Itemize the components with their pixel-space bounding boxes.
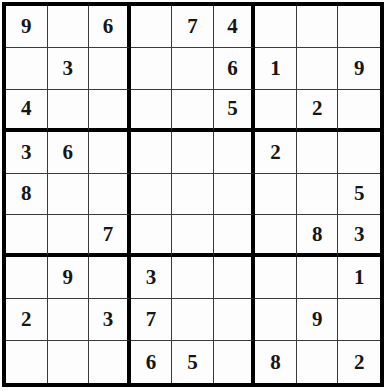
cell-r7c4: 3 <box>131 257 173 299</box>
cell-r8c9[interactable] <box>338 299 380 341</box>
cell-r5c7[interactable] <box>255 174 297 216</box>
cell-r3c9[interactable] <box>338 90 380 132</box>
cell-r7c1[interactable] <box>6 257 48 299</box>
cell-r1c9[interactable] <box>338 6 380 48</box>
cell-r4c1: 3 <box>6 132 48 174</box>
cell-r9c5: 5 <box>172 341 214 383</box>
cell-r4c3[interactable] <box>89 132 131 174</box>
cell-r1c2[interactable] <box>48 6 90 48</box>
cell-r8c6[interactable] <box>214 299 256 341</box>
cell-r3c7[interactable] <box>255 90 297 132</box>
cell-r3c3[interactable] <box>89 90 131 132</box>
cell-r5c8[interactable] <box>297 174 339 216</box>
cell-r4c6[interactable] <box>214 132 256 174</box>
cell-r8c3: 3 <box>89 299 131 341</box>
cell-r2c2: 3 <box>48 48 90 90</box>
cell-r5c4[interactable] <box>131 174 173 216</box>
cell-r5c1: 8 <box>6 174 48 216</box>
cell-r1c3: 6 <box>89 6 131 48</box>
cell-r6c5[interactable] <box>172 215 214 257</box>
cell-r6c1[interactable] <box>6 215 48 257</box>
cell-r4c5[interactable] <box>172 132 214 174</box>
cell-r5c6[interactable] <box>214 174 256 216</box>
cell-r3c4[interactable] <box>131 90 173 132</box>
cell-r2c1[interactable] <box>6 48 48 90</box>
cell-r9c7: 8 <box>255 341 297 383</box>
cell-r7c7[interactable] <box>255 257 297 299</box>
cell-r2c4[interactable] <box>131 48 173 90</box>
cell-r9c9: 2 <box>338 341 380 383</box>
cell-r3c2[interactable] <box>48 90 90 132</box>
cell-r9c8[interactable] <box>297 341 339 383</box>
cell-r8c7[interactable] <box>255 299 297 341</box>
cell-r6c7[interactable] <box>255 215 297 257</box>
cell-r6c6[interactable] <box>214 215 256 257</box>
cell-r2c8[interactable] <box>297 48 339 90</box>
cell-r7c3[interactable] <box>89 257 131 299</box>
cell-r3c5[interactable] <box>172 90 214 132</box>
cell-r3c1: 4 <box>6 90 48 132</box>
cell-r9c1[interactable] <box>6 341 48 383</box>
cell-r3c8: 2 <box>297 90 339 132</box>
cell-r6c3: 7 <box>89 215 131 257</box>
cell-r4c9[interactable] <box>338 132 380 174</box>
cell-r8c5[interactable] <box>172 299 214 341</box>
cell-r1c5: 7 <box>172 6 214 48</box>
cell-r8c2[interactable] <box>48 299 90 341</box>
page: 967436194523628578393123796582 <box>0 0 386 391</box>
cell-r6c8: 8 <box>297 215 339 257</box>
cell-r9c2[interactable] <box>48 341 90 383</box>
cell-r7c8[interactable] <box>297 257 339 299</box>
cell-r6c2[interactable] <box>48 215 90 257</box>
cell-r3c6: 5 <box>214 90 256 132</box>
cell-r9c4: 6 <box>131 341 173 383</box>
cell-r8c8: 9 <box>297 299 339 341</box>
cell-r4c4[interactable] <box>131 132 173 174</box>
cell-r7c9: 1 <box>338 257 380 299</box>
sudoku-board: 967436194523628578393123796582 <box>2 2 384 387</box>
cell-r5c3[interactable] <box>89 174 131 216</box>
cell-r1c1: 9 <box>6 6 48 48</box>
cell-r2c6: 6 <box>214 48 256 90</box>
cell-r6c9: 3 <box>338 215 380 257</box>
cell-r1c6: 4 <box>214 6 256 48</box>
cell-r5c2[interactable] <box>48 174 90 216</box>
cell-r2c3[interactable] <box>89 48 131 90</box>
cell-r4c7: 2 <box>255 132 297 174</box>
cell-r8c1: 2 <box>6 299 48 341</box>
cell-r8c4: 7 <box>131 299 173 341</box>
cell-r7c5[interactable] <box>172 257 214 299</box>
cell-r2c7: 1 <box>255 48 297 90</box>
cell-r4c2: 6 <box>48 132 90 174</box>
cell-r1c8[interactable] <box>297 6 339 48</box>
cell-r2c5[interactable] <box>172 48 214 90</box>
cell-r4c8[interactable] <box>297 132 339 174</box>
cell-r6c4[interactable] <box>131 215 173 257</box>
cell-r9c6[interactable] <box>214 341 256 383</box>
cell-r7c2: 9 <box>48 257 90 299</box>
cell-r5c5[interactable] <box>172 174 214 216</box>
cell-r2c9: 9 <box>338 48 380 90</box>
cell-r5c9: 5 <box>338 174 380 216</box>
cell-r7c6[interactable] <box>214 257 256 299</box>
cell-r9c3[interactable] <box>89 341 131 383</box>
cell-r1c7[interactable] <box>255 6 297 48</box>
cell-r1c4[interactable] <box>131 6 173 48</box>
